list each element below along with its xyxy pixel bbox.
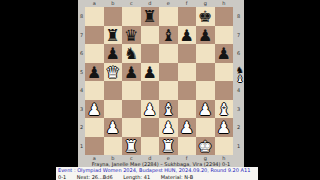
- square-c4[interactable]: [122, 81, 141, 100]
- square-c6[interactable]: ♞: [122, 44, 141, 63]
- square-c8[interactable]: [122, 7, 141, 26]
- square-f7[interactable]: ♟: [178, 26, 197, 45]
- square-b6[interactable]: ♟: [104, 44, 123, 63]
- file-label-a: a: [85, 155, 104, 162]
- square-g3[interactable]: ♟: [196, 100, 215, 119]
- rank-label-8: 8: [233, 7, 244, 26]
- material-text: Material: N-B: [161, 174, 193, 180]
- square-e6[interactable]: [159, 44, 178, 63]
- square-a4[interactable]: [85, 81, 104, 100]
- square-a1[interactable]: [85, 137, 104, 156]
- rank-label-1: 1: [78, 137, 85, 156]
- square-e2[interactable]: ♟: [159, 118, 178, 137]
- event-line: Event : Olympiad Women 2024, Budapest HU…: [58, 167, 256, 174]
- square-b7[interactable]: ♜: [104, 26, 123, 45]
- square-c3[interactable]: [122, 100, 141, 119]
- material-white-bishop-icon: ♝: [236, 75, 244, 84]
- square-f5[interactable]: [178, 63, 197, 82]
- square-d6[interactable]: [141, 44, 160, 63]
- square-h4[interactable]: [215, 81, 234, 100]
- white-pawn-g3[interactable]: ♟: [196, 100, 215, 119]
- file-label-h: h: [215, 155, 234, 162]
- white-pawn-f2[interactable]: ♟: [178, 118, 197, 137]
- file-labels-top: abcdefgh: [85, 0, 244, 7]
- square-b3[interactable]: [104, 100, 123, 119]
- white-bishop-h3[interactable]: ♝: [215, 100, 234, 119]
- square-f8[interactable]: [178, 7, 197, 26]
- file-label-f: f: [178, 0, 197, 7]
- file-labels-bottom: abcdefgh: [85, 155, 244, 162]
- square-d7[interactable]: [141, 26, 160, 45]
- square-h6[interactable]: ♟: [215, 44, 234, 63]
- black-bishop-e7[interactable]: ♝: [159, 26, 178, 45]
- rank-label-6: 6: [78, 44, 85, 63]
- black-queen-c7[interactable]: ♛: [122, 26, 141, 45]
- square-h8[interactable]: [215, 7, 234, 26]
- square-a3[interactable]: ♟: [85, 100, 104, 119]
- black-pawn-d5[interactable]: ♟: [141, 63, 160, 82]
- file-label-h: h: [215, 0, 234, 7]
- square-f2[interactable]: ♟: [178, 118, 197, 137]
- rank-label-2: 2: [233, 118, 244, 137]
- rank-label-8: 8: [78, 7, 85, 26]
- square-e7[interactable]: ♝: [159, 26, 178, 45]
- black-knight-c6[interactable]: ♞: [122, 44, 141, 63]
- square-g8[interactable]: ♚: [196, 7, 215, 26]
- white-pawn-b2[interactable]: ♟: [104, 118, 123, 137]
- black-pawn-b6[interactable]: ♟: [104, 44, 123, 63]
- black-pawn-f7[interactable]: ♟: [178, 26, 197, 45]
- square-c7[interactable]: ♛: [122, 26, 141, 45]
- black-pawn-c5[interactable]: ♟: [122, 63, 141, 82]
- square-g6[interactable]: [196, 44, 215, 63]
- square-b2[interactable]: ♟: [104, 118, 123, 137]
- rank-label-3: 3: [233, 100, 244, 119]
- square-g1[interactable]: ♚: [196, 137, 215, 156]
- square-b4[interactable]: [104, 81, 123, 100]
- square-h2[interactable]: ♟: [215, 118, 234, 137]
- square-f6[interactable]: [178, 44, 197, 63]
- file-label-g: g: [196, 155, 215, 162]
- square-b1[interactable]: [104, 137, 123, 156]
- file-label-e: e: [159, 155, 178, 162]
- rank-label-5: 5: [78, 63, 85, 82]
- rank-label-6: 6: [233, 44, 244, 63]
- file-label-c: c: [122, 155, 141, 162]
- black-rook-b7[interactable]: ♜: [104, 26, 123, 45]
- rank-label-3: 3: [78, 100, 85, 119]
- white-pawn-d3[interactable]: ♟: [141, 100, 160, 119]
- square-c5[interactable]: ♟: [122, 63, 141, 82]
- square-h1[interactable]: [215, 137, 234, 156]
- stats-line: 0-1 Next: 26...Bd6 Length: 41 Material: …: [58, 174, 256, 180]
- white-king-g1[interactable]: ♚: [196, 137, 215, 156]
- square-a5[interactable]: ♟: [85, 63, 104, 82]
- white-queen-b5[interactable]: ♛: [104, 63, 123, 82]
- chess-thumbnail: { "game": "chess", "position": "3r2k1/1r…: [0, 0, 320, 180]
- white-pawn-h2[interactable]: ♟: [215, 118, 234, 137]
- rank-label-7: 7: [233, 26, 244, 45]
- white-bishop-e3[interactable]: ♝: [159, 100, 178, 119]
- file-label-d: d: [141, 0, 160, 7]
- square-d8[interactable]: ♜: [141, 7, 160, 26]
- caption-box: Event : Olympiad Women 2024, Budapest HU…: [56, 167, 258, 180]
- result-text: 0-1: [58, 174, 66, 180]
- square-g4[interactable]: [196, 81, 215, 100]
- length-text: Length: 41: [123, 174, 150, 180]
- rank-label-4: 4: [78, 81, 85, 100]
- white-pawn-e2[interactable]: ♟: [159, 118, 178, 137]
- file-label-b: b: [104, 0, 123, 7]
- material-indicator: ♞ ♝: [234, 66, 246, 84]
- square-h3[interactable]: ♝: [215, 100, 234, 119]
- square-g5[interactable]: [196, 63, 215, 82]
- square-h7[interactable]: [215, 26, 234, 45]
- black-pawn-h6[interactable]: ♟: [215, 44, 234, 63]
- square-f4[interactable]: [178, 81, 197, 100]
- square-c2[interactable]: [122, 118, 141, 137]
- square-d3[interactable]: ♟: [141, 100, 160, 119]
- square-d4[interactable]: [141, 81, 160, 100]
- black-pawn-g7[interactable]: ♟: [196, 26, 215, 45]
- file-label-e: e: [159, 0, 178, 7]
- next-move-text: Next: 26...Bd6: [77, 174, 113, 180]
- black-king-g8[interactable]: ♚: [196, 7, 215, 26]
- square-e1[interactable]: ♜: [159, 137, 178, 156]
- square-b8[interactable]: [104, 7, 123, 26]
- board-panel: abcdefgh 87654321 ♜♚♜♛♝♟♟♟♞♟♟♛♟♟♟♟♝♟♝♟♟♟…: [78, 0, 244, 167]
- rank-label-7: 7: [78, 26, 85, 45]
- file-label-g: g: [196, 0, 215, 7]
- rank-labels-left: 87654321: [78, 7, 85, 155]
- square-d1[interactable]: [141, 137, 160, 156]
- file-label-b: b: [104, 155, 123, 162]
- square-f1[interactable]: [178, 137, 197, 156]
- square-f3[interactable]: [178, 100, 197, 119]
- file-label-d: d: [141, 155, 160, 162]
- square-e5[interactable]: [159, 63, 178, 82]
- square-d2[interactable]: [141, 118, 160, 137]
- black-rook-d8[interactable]: ♜: [141, 7, 160, 26]
- square-d5[interactable]: ♟: [141, 63, 160, 82]
- black-pawn-a5[interactable]: ♟: [85, 63, 104, 82]
- square-e3[interactable]: ♝: [159, 100, 178, 119]
- file-label-c: c: [122, 0, 141, 7]
- square-a2[interactable]: [85, 118, 104, 137]
- white-pawn-a3[interactable]: ♟: [85, 100, 104, 119]
- white-rook-c1[interactable]: ♜: [122, 137, 141, 156]
- rank-label-2: 2: [78, 118, 85, 137]
- square-e8[interactable]: [159, 7, 178, 26]
- file-label-f: f: [178, 155, 197, 162]
- white-rook-e1[interactable]: ♜: [159, 137, 178, 156]
- square-c1[interactable]: ♜: [122, 137, 141, 156]
- square-b5[interactable]: ♛: [104, 63, 123, 82]
- board: ♜♚♜♛♝♟♟♟♞♟♟♛♟♟♟♟♝♟♝♟♟♟♟♜♜♚: [85, 7, 233, 155]
- square-g7[interactable]: ♟: [196, 26, 215, 45]
- square-e4[interactable]: [159, 81, 178, 100]
- square-a8[interactable]: [85, 7, 104, 26]
- square-a7[interactable]: [85, 26, 104, 45]
- square-a6[interactable]: [85, 44, 104, 63]
- square-g2[interactable]: [196, 118, 215, 137]
- file-label-a: a: [85, 0, 104, 7]
- rank-label-1: 1: [233, 137, 244, 156]
- square-h5[interactable]: [215, 63, 234, 82]
